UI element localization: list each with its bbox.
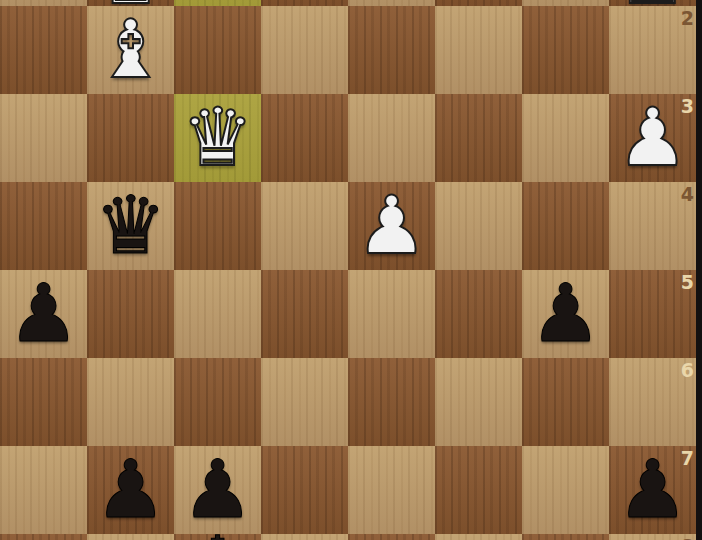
square-e3[interactable] xyxy=(261,94,348,182)
square-g4[interactable]: ♛ xyxy=(87,182,174,270)
white-bishop[interactable]: ♝ xyxy=(95,10,167,90)
square-e2[interactable] xyxy=(261,6,348,94)
square-c5[interactable] xyxy=(435,270,522,358)
square-f3[interactable]: ♛ xyxy=(174,94,261,182)
square-e6[interactable] xyxy=(261,358,348,446)
square-g3[interactable] xyxy=(87,94,174,182)
square-e8[interactable] xyxy=(261,534,348,540)
square-b7[interactable] xyxy=(522,446,609,534)
square-b6[interactable] xyxy=(522,358,609,446)
square-d6[interactable] xyxy=(348,358,435,446)
square-d7[interactable] xyxy=(348,446,435,534)
page-background-strip xyxy=(696,0,702,540)
square-h3[interactable] xyxy=(0,94,87,182)
square-a5[interactable] xyxy=(609,270,696,358)
square-h7[interactable] xyxy=(0,446,87,534)
square-h6[interactable] xyxy=(0,358,87,446)
white-pawn[interactable]: ♟ xyxy=(356,186,428,266)
square-d4[interactable]: ♟ xyxy=(348,182,435,270)
square-g6[interactable] xyxy=(87,358,174,446)
square-f4[interactable] xyxy=(174,182,261,270)
square-f2[interactable] xyxy=(174,6,261,94)
square-a3[interactable]: ♟ xyxy=(609,94,696,182)
square-b3[interactable] xyxy=(522,94,609,182)
chess-board[interactable]: ♚♜♝♛♟♛♟♟♟♟♟♟♚ xyxy=(0,0,696,540)
white-pawn[interactable]: ♟ xyxy=(617,98,689,178)
square-c4[interactable] xyxy=(435,182,522,270)
black-pawn[interactable]: ♟ xyxy=(530,274,602,354)
square-a7[interactable]: ♟ xyxy=(609,446,696,534)
square-c6[interactable] xyxy=(435,358,522,446)
square-c7[interactable] xyxy=(435,446,522,534)
square-d5[interactable] xyxy=(348,270,435,358)
square-f6[interactable] xyxy=(174,358,261,446)
black-queen[interactable]: ♛ xyxy=(95,186,167,266)
square-a8[interactable] xyxy=(609,534,696,540)
square-f5[interactable] xyxy=(174,270,261,358)
square-e5[interactable] xyxy=(261,270,348,358)
square-g5[interactable] xyxy=(87,270,174,358)
square-c3[interactable] xyxy=(435,94,522,182)
square-h5[interactable]: ♟ xyxy=(0,270,87,358)
black-pawn[interactable]: ♟ xyxy=(182,450,254,530)
square-c8[interactable] xyxy=(435,534,522,540)
black-king[interactable]: ♚ xyxy=(182,526,254,540)
square-g8[interactable] xyxy=(87,534,174,540)
square-c2[interactable] xyxy=(435,6,522,94)
square-d3[interactable] xyxy=(348,94,435,182)
square-b8[interactable] xyxy=(522,534,609,540)
white-queen[interactable]: ♛ xyxy=(182,98,254,178)
square-b2[interactable] xyxy=(522,6,609,94)
square-a4[interactable] xyxy=(609,182,696,270)
square-f8[interactable]: ♚ xyxy=(174,534,261,540)
square-h4[interactable] xyxy=(0,182,87,270)
square-b5[interactable]: ♟ xyxy=(522,270,609,358)
square-e4[interactable] xyxy=(261,182,348,270)
square-h2[interactable] xyxy=(0,6,87,94)
square-d2[interactable] xyxy=(348,6,435,94)
square-h8[interactable] xyxy=(0,534,87,540)
square-g7[interactable]: ♟ xyxy=(87,446,174,534)
square-g2[interactable]: ♝ xyxy=(87,6,174,94)
chess-app-viewport: ♚♜♝♛♟♛♟♟♟♟♟♟♚ 2345678 xyxy=(0,0,702,540)
black-pawn[interactable]: ♟ xyxy=(95,450,167,530)
black-pawn[interactable]: ♟ xyxy=(617,450,689,530)
square-e7[interactable] xyxy=(261,446,348,534)
square-d8[interactable] xyxy=(348,534,435,540)
black-pawn[interactable]: ♟ xyxy=(8,274,80,354)
square-a2[interactable] xyxy=(609,6,696,94)
square-a6[interactable] xyxy=(609,358,696,446)
square-b4[interactable] xyxy=(522,182,609,270)
